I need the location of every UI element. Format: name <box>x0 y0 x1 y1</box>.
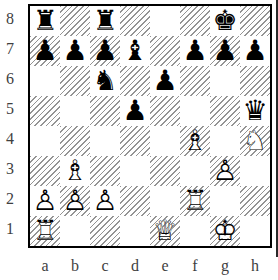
white-rook[interactable]: ♜♖ <box>180 186 210 216</box>
white-pawn-outline: ♙ <box>30 186 60 216</box>
square-c6[interactable]: ♞ <box>90 66 120 96</box>
square-a4[interactable] <box>30 126 60 156</box>
square-h3[interactable] <box>240 156 270 186</box>
square-h6[interactable] <box>240 66 270 96</box>
rank-label-5: 5 <box>0 94 20 124</box>
square-d4[interactable] <box>120 126 150 156</box>
square-c2[interactable]: ♟♙ <box>90 186 120 216</box>
square-g6[interactable] <box>210 66 240 96</box>
white-bishop-outline: ♗ <box>180 126 210 156</box>
square-c3[interactable] <box>90 156 120 186</box>
square-a5[interactable] <box>30 96 60 126</box>
file-label-g: g <box>210 255 240 277</box>
file-label-h: h <box>240 255 270 277</box>
rank-label-1: 1 <box>0 214 20 244</box>
file-label-c: c <box>90 255 120 277</box>
square-e4[interactable] <box>150 126 180 156</box>
square-b4[interactable] <box>60 126 90 156</box>
white-pawn-outline: ♙ <box>90 186 120 216</box>
rank-label-6: 6 <box>0 64 20 94</box>
file-label-d: d <box>120 255 150 277</box>
square-b5[interactable] <box>60 96 90 126</box>
rank-label-7: 7 <box>0 34 20 64</box>
square-b1[interactable] <box>60 216 90 246</box>
square-d7[interactable]: ♝ <box>120 36 150 66</box>
rank-label-8: 8 <box>0 4 20 34</box>
square-a2[interactable]: ♟♙ <box>30 186 60 216</box>
square-e7[interactable] <box>150 36 180 66</box>
white-bishop[interactable]: ♝♗ <box>60 156 90 186</box>
chess-board: ♜♜♚♟♟♟♝♟♟♟♞♟♟♛♝♗♞♘♝♗♟♙♟♙♟♙♟♙♜♖♜♖♛♕♚♔ <box>28 4 272 248</box>
square-f3[interactable] <box>180 156 210 186</box>
rank-label-2: 2 <box>0 184 20 214</box>
rank-label-3: 3 <box>0 154 20 184</box>
black-rook[interactable]: ♜ <box>90 6 120 36</box>
square-f8[interactable] <box>180 6 210 36</box>
file-label-e: e <box>150 255 180 277</box>
square-c5[interactable] <box>90 96 120 126</box>
white-knight-outline: ♘ <box>240 126 270 156</box>
white-king-outline: ♔ <box>210 216 240 246</box>
black-pawn[interactable]: ♟ <box>210 36 240 66</box>
square-d3[interactable] <box>120 156 150 186</box>
square-g8[interactable]: ♚ <box>210 6 240 36</box>
white-rook-outline: ♖ <box>30 216 60 246</box>
square-e1[interactable]: ♛♕ <box>150 216 180 246</box>
square-d8[interactable] <box>120 6 150 36</box>
square-a6[interactable] <box>30 66 60 96</box>
square-c4[interactable] <box>90 126 120 156</box>
black-pawn[interactable]: ♟ <box>120 96 150 126</box>
square-d1[interactable] <box>120 216 150 246</box>
square-g7[interactable]: ♟ <box>210 36 240 66</box>
square-c1[interactable] <box>90 216 120 246</box>
square-h5[interactable]: ♛ <box>240 96 270 126</box>
square-c8[interactable]: ♜ <box>90 6 120 36</box>
square-f2[interactable]: ♜♖ <box>180 186 210 216</box>
square-b6[interactable] <box>60 66 90 96</box>
square-a3[interactable] <box>30 156 60 186</box>
square-d2[interactable] <box>120 186 150 216</box>
square-e5[interactable] <box>150 96 180 126</box>
white-bishop-outline: ♗ <box>60 156 90 186</box>
square-f1[interactable] <box>180 216 210 246</box>
square-g4[interactable] <box>210 126 240 156</box>
black-bishop[interactable]: ♝ <box>120 36 150 66</box>
black-rook[interactable]: ♜ <box>30 6 60 36</box>
square-e6[interactable]: ♟ <box>150 66 180 96</box>
black-pawn[interactable]: ♟ <box>150 66 180 96</box>
square-b7[interactable]: ♟ <box>60 36 90 66</box>
square-h2[interactable] <box>240 186 270 216</box>
file-label-a: a <box>30 255 60 277</box>
square-a1[interactable]: ♜♖ <box>30 216 60 246</box>
white-queen-outline: ♕ <box>150 216 180 246</box>
black-king[interactable]: ♚ <box>210 6 240 36</box>
square-b8[interactable] <box>60 6 90 36</box>
square-d5[interactable]: ♟ <box>120 96 150 126</box>
square-h8[interactable] <box>240 6 270 36</box>
white-pawn-outline: ♙ <box>210 156 240 186</box>
square-g3[interactable]: ♟♙ <box>210 156 240 186</box>
square-c7[interactable]: ♟ <box>90 36 120 66</box>
rank-label-4: 4 <box>0 124 20 154</box>
square-d6[interactable] <box>120 66 150 96</box>
file-label-b: b <box>60 255 90 277</box>
black-queen[interactable]: ♛ <box>240 96 270 126</box>
square-h4[interactable]: ♞♘ <box>240 126 270 156</box>
square-g1[interactable]: ♚♔ <box>210 216 240 246</box>
square-b2[interactable]: ♟♙ <box>60 186 90 216</box>
black-pawn[interactable]: ♟ <box>60 36 90 66</box>
square-b3[interactable]: ♝♗ <box>60 156 90 186</box>
white-bishop[interactable]: ♝♗ <box>180 126 210 156</box>
white-king[interactable]: ♚♔ <box>210 216 240 246</box>
chess-diagram: ♜♜♚♟♟♟♝♟♟♟♞♟♟♛♝♗♞♘♝♗♟♙♟♙♟♙♟♙♜♖♜♖♛♕♚♔ 876… <box>0 0 278 280</box>
square-e2[interactable] <box>150 186 180 216</box>
white-pawn-outline: ♙ <box>60 186 90 216</box>
white-knight[interactable]: ♞♘ <box>240 126 270 156</box>
white-rook[interactable]: ♜♖ <box>30 216 60 246</box>
square-e8[interactable] <box>150 6 180 36</box>
screen-right-edge-line <box>276 0 278 257</box>
square-a7[interactable]: ♟ <box>30 36 60 66</box>
square-g5[interactable] <box>210 96 240 126</box>
square-f6[interactable] <box>180 66 210 96</box>
white-rook-outline: ♖ <box>180 186 210 216</box>
file-label-f: f <box>180 255 210 277</box>
black-pawn[interactable]: ♟ <box>30 36 60 66</box>
square-f7[interactable]: ♟ <box>180 36 210 66</box>
black-pawn[interactable]: ♟ <box>90 36 120 66</box>
white-pawn[interactable]: ♟♙ <box>210 156 240 186</box>
square-f4[interactable]: ♝♗ <box>180 126 210 156</box>
white-queen[interactable]: ♛♕ <box>150 216 180 246</box>
square-f5[interactable] <box>180 96 210 126</box>
square-h7[interactable]: ♟ <box>240 36 270 66</box>
white-pawn[interactable]: ♟♙ <box>90 186 120 216</box>
square-g2[interactable] <box>210 186 240 216</box>
white-pawn[interactable]: ♟♙ <box>30 186 60 216</box>
white-pawn[interactable]: ♟♙ <box>60 186 90 216</box>
black-pawn[interactable]: ♟ <box>240 36 270 66</box>
black-knight[interactable]: ♞ <box>90 66 120 96</box>
square-e3[interactable] <box>150 156 180 186</box>
square-h1[interactable] <box>240 216 270 246</box>
black-pawn[interactable]: ♟ <box>180 36 210 66</box>
square-a8[interactable]: ♜ <box>30 6 60 36</box>
